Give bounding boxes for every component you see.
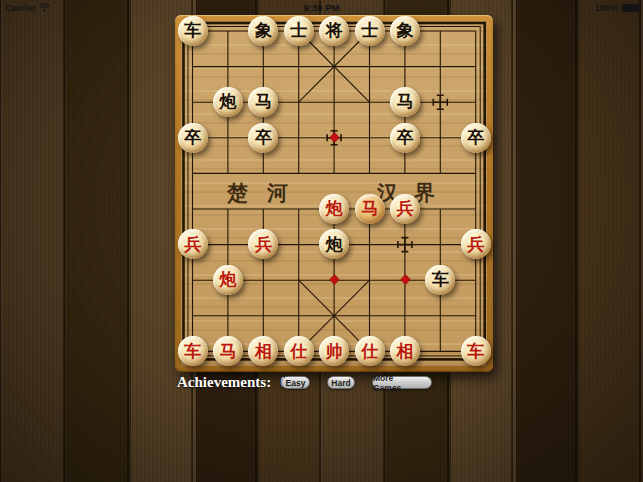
piece-black-chariot[interactable]: 车 xyxy=(178,16,208,46)
piece-red-chariot[interactable]: 车 xyxy=(461,336,491,366)
piece-red-soldier[interactable]: 兵 xyxy=(178,229,208,259)
xiangqi-board-frame: 楚河 汉界 车象士将士象炮马马卒卒卒卒炮马兵兵兵炮兵炮车车马相仕帅仕相车 xyxy=(175,15,493,372)
piece-red-elephant[interactable]: 相 xyxy=(390,336,420,366)
piece-black-cannon[interactable]: 炮 xyxy=(213,87,243,117)
piece-red-horse-selected[interactable]: 马 xyxy=(355,194,385,224)
carrier-label: Carrier xyxy=(5,2,36,13)
piece-red-chariot[interactable]: 车 xyxy=(178,336,208,366)
piece-black-general[interactable]: 将 xyxy=(319,16,349,46)
xiangqi-board[interactable]: 楚河 汉界 车象士将士象炮马马卒卒卒卒炮马兵兵兵炮兵炮车车马相仕帅仕相车 xyxy=(181,21,487,366)
river-label-chu-he: 楚河 xyxy=(227,178,307,208)
achievements-label: Achievements:0 xyxy=(177,374,288,391)
piece-black-soldier[interactable]: 卒 xyxy=(178,123,208,153)
piece-red-cannon[interactable]: 炮 xyxy=(213,265,243,295)
piece-black-advisor[interactable]: 士 xyxy=(284,16,314,46)
piece-red-soldier[interactable]: 兵 xyxy=(390,194,420,224)
more-games-button[interactable]: More Games... xyxy=(372,376,432,389)
hard-button[interactable]: Hard xyxy=(327,376,355,389)
easy-button[interactable]: Easy xyxy=(281,376,310,389)
piece-black-soldier[interactable]: 卒 xyxy=(248,123,278,153)
piece-red-advisor[interactable]: 仕 xyxy=(355,336,385,366)
battery-percent: 100% xyxy=(595,2,619,13)
piece-red-cannon[interactable]: 炮 xyxy=(319,194,349,224)
piece-red-soldier[interactable]: 兵 xyxy=(461,229,491,259)
piece-black-elephant[interactable]: 象 xyxy=(390,16,420,46)
piece-black-soldier[interactable]: 卒 xyxy=(390,123,420,153)
battery-icon xyxy=(622,4,639,12)
wifi-icon xyxy=(39,3,50,12)
piece-red-advisor[interactable]: 仕 xyxy=(284,336,314,366)
status-bar: Carrier 9:39 PM 100% xyxy=(0,0,643,14)
piece-black-advisor[interactable]: 士 xyxy=(355,16,385,46)
piece-black-horse[interactable]: 马 xyxy=(390,87,420,117)
piece-black-soldier[interactable]: 卒 xyxy=(461,123,491,153)
clock: 9:39 PM xyxy=(304,2,340,13)
